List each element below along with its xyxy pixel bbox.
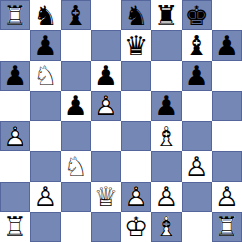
piece-outline-glyph: ♙ bbox=[30, 182, 60, 212]
square-c2[interactable] bbox=[61, 182, 91, 212]
square-a8[interactable]: ♜♖ bbox=[0, 0, 30, 30]
piece-solid-glyph: ♟ bbox=[182, 61, 212, 91]
square-b7[interactable]: ♟ bbox=[30, 30, 60, 60]
square-f7[interactable] bbox=[151, 30, 181, 60]
square-g8[interactable]: ♚ bbox=[182, 0, 212, 30]
white-queen-piece[interactable]: ♛♕ bbox=[91, 182, 121, 212]
black-pawn-piece[interactable]: ♟ bbox=[91, 61, 121, 91]
white-pawn-piece[interactable]: ♟♙ bbox=[121, 182, 151, 212]
square-c7[interactable] bbox=[61, 30, 91, 60]
white-bishop-piece[interactable]: ♝♗ bbox=[151, 121, 181, 151]
square-f4[interactable]: ♝♗ bbox=[151, 121, 181, 151]
square-f5[interactable]: ♟ bbox=[151, 91, 181, 121]
piece-solid-glyph: ♞ bbox=[121, 0, 151, 30]
piece-solid-glyph: ♟ bbox=[30, 30, 60, 60]
square-e2[interactable]: ♟♙ bbox=[121, 182, 151, 212]
square-c8[interactable]: ♝ bbox=[61, 0, 91, 30]
square-a5[interactable] bbox=[0, 91, 30, 121]
piece-solid-glyph: ♟ bbox=[91, 61, 121, 91]
piece-outline-glyph: ♙ bbox=[0, 121, 30, 151]
square-e8[interactable]: ♞ bbox=[121, 0, 151, 30]
white-pawn-piece[interactable]: ♟♙ bbox=[182, 151, 212, 181]
square-g2[interactable] bbox=[182, 182, 212, 212]
white-knight-piece[interactable]: ♞♘ bbox=[61, 151, 91, 181]
square-c3[interactable]: ♞♘ bbox=[61, 151, 91, 181]
black-pawn-piece[interactable]: ♟ bbox=[61, 91, 91, 121]
square-c5[interactable]: ♟ bbox=[61, 91, 91, 121]
square-a1[interactable]: ♜♖ bbox=[0, 212, 30, 242]
square-d8[interactable] bbox=[91, 0, 121, 30]
square-b1[interactable] bbox=[30, 212, 60, 242]
square-g1[interactable] bbox=[182, 212, 212, 242]
piece-solid-glyph: ♛ bbox=[121, 30, 151, 60]
square-d5[interactable]: ♟♙ bbox=[91, 91, 121, 121]
square-e7[interactable]: ♛ bbox=[121, 30, 151, 60]
white-pawn-piece[interactable]: ♟♙ bbox=[151, 182, 181, 212]
square-h6[interactable] bbox=[212, 61, 242, 91]
square-b3[interactable] bbox=[30, 151, 60, 181]
square-b4[interactable] bbox=[30, 121, 60, 151]
square-a6[interactable]: ♟ bbox=[0, 61, 30, 91]
square-a7[interactable] bbox=[0, 30, 30, 60]
square-h3[interactable] bbox=[212, 151, 242, 181]
piece-outline-glyph: ♖ bbox=[0, 0, 30, 30]
piece-outline-glyph: ♖ bbox=[212, 212, 242, 242]
white-pawn-piece[interactable]: ♟♙ bbox=[0, 121, 30, 151]
square-f6[interactable] bbox=[151, 61, 181, 91]
square-h7[interactable]: ♟ bbox=[212, 30, 242, 60]
square-b5[interactable] bbox=[30, 91, 60, 121]
black-knight-piece[interactable]: ♞ bbox=[121, 0, 151, 30]
square-e3[interactable] bbox=[121, 151, 151, 181]
square-c6[interactable] bbox=[61, 61, 91, 91]
black-knight-piece[interactable]: ♞ bbox=[30, 0, 60, 30]
black-pawn-piece[interactable]: ♟ bbox=[0, 61, 30, 91]
piece-solid-glyph: ♟ bbox=[212, 30, 242, 60]
square-e6[interactable] bbox=[121, 61, 151, 91]
white-rook-piece[interactable]: ♜♖ bbox=[212, 212, 242, 242]
square-d4[interactable] bbox=[91, 121, 121, 151]
square-g3[interactable]: ♟♙ bbox=[182, 151, 212, 181]
piece-solid-glyph: ♟ bbox=[61, 91, 91, 121]
square-b6[interactable]: ♞♘ bbox=[30, 61, 60, 91]
black-pawn-piece[interactable]: ♟ bbox=[212, 30, 242, 60]
piece-outline-glyph: ♗ bbox=[151, 212, 181, 242]
piece-outline-glyph: ♙ bbox=[182, 151, 212, 181]
square-e1[interactable]: ♚♔ bbox=[121, 212, 151, 242]
white-pawn-piece[interactable]: ♟♙ bbox=[91, 91, 121, 121]
white-knight-piece[interactable]: ♞♘ bbox=[30, 61, 60, 91]
square-g4[interactable] bbox=[182, 121, 212, 151]
piece-solid-glyph: ♜ bbox=[151, 0, 181, 30]
black-bishop-piece[interactable]: ♝ bbox=[182, 30, 212, 60]
piece-solid-glyph: ♚ bbox=[182, 0, 212, 30]
piece-outline-glyph: ♙ bbox=[91, 91, 121, 121]
square-f1[interactable]: ♝♗ bbox=[151, 212, 181, 242]
square-f3[interactable] bbox=[151, 151, 181, 181]
square-g6[interactable]: ♟ bbox=[182, 61, 212, 91]
square-d2[interactable]: ♛♕ bbox=[91, 182, 121, 212]
square-c1[interactable] bbox=[61, 212, 91, 242]
piece-solid-glyph: ♝ bbox=[182, 30, 212, 60]
piece-outline-glyph: ♕ bbox=[91, 182, 121, 212]
white-pawn-piece[interactable]: ♟♙ bbox=[30, 182, 60, 212]
piece-outline-glyph: ♙ bbox=[121, 182, 151, 212]
piece-solid-glyph: ♞ bbox=[30, 0, 60, 30]
square-d6[interactable]: ♟ bbox=[91, 61, 121, 91]
piece-outline-glyph: ♔ bbox=[121, 212, 151, 242]
square-h4[interactable] bbox=[212, 121, 242, 151]
piece-outline-glyph: ♗ bbox=[151, 121, 181, 151]
square-f8[interactable]: ♜ bbox=[151, 0, 181, 30]
piece-solid-glyph: ♟ bbox=[151, 91, 181, 121]
white-king-piece[interactable]: ♚♔ bbox=[121, 212, 151, 242]
black-pawn-piece[interactable]: ♟ bbox=[151, 91, 181, 121]
piece-solid-glyph: ♟ bbox=[0, 61, 30, 91]
square-d3[interactable] bbox=[91, 151, 121, 181]
black-bishop-piece[interactable]: ♝ bbox=[61, 0, 91, 30]
square-f2[interactable]: ♟♙ bbox=[151, 182, 181, 212]
white-rook-piece[interactable]: ♜♖ bbox=[0, 0, 30, 30]
piece-outline-glyph: ♙ bbox=[212, 182, 242, 212]
square-h5[interactable] bbox=[212, 91, 242, 121]
square-g7[interactable]: ♝ bbox=[182, 30, 212, 60]
square-h8[interactable] bbox=[212, 0, 242, 30]
square-d7[interactable] bbox=[91, 30, 121, 60]
square-g5[interactable] bbox=[182, 91, 212, 121]
black-queen-piece[interactable]: ♛ bbox=[121, 30, 151, 60]
square-d1[interactable] bbox=[91, 212, 121, 242]
black-pawn-piece[interactable]: ♟ bbox=[30, 30, 60, 60]
black-pawn-piece[interactable]: ♟ bbox=[182, 61, 212, 91]
square-a4[interactable]: ♟♙ bbox=[0, 121, 30, 151]
square-e5[interactable] bbox=[121, 91, 151, 121]
square-h1[interactable]: ♜♖ bbox=[212, 212, 242, 242]
chess-board: ♜♖♞♝♞♜♚♟♛♝♟♟♞♘♟♟♟♟♙♟♟♙♝♗♞♘♟♙♟♙♛♕♟♙♟♙♟♙♜♖… bbox=[0, 0, 242, 242]
square-c4[interactable] bbox=[61, 121, 91, 151]
piece-outline-glyph: ♘ bbox=[30, 61, 60, 91]
white-bishop-piece[interactable]: ♝♗ bbox=[151, 212, 181, 242]
square-e4[interactable] bbox=[121, 121, 151, 151]
piece-outline-glyph: ♙ bbox=[151, 182, 181, 212]
black-king-piece[interactable]: ♚ bbox=[182, 0, 212, 30]
square-h2[interactable]: ♟♙ bbox=[212, 182, 242, 212]
white-rook-piece[interactable]: ♜♖ bbox=[0, 212, 30, 242]
white-pawn-piece[interactable]: ♟♙ bbox=[212, 182, 242, 212]
square-b8[interactable]: ♞ bbox=[30, 0, 60, 30]
black-rook-piece[interactable]: ♜ bbox=[151, 0, 181, 30]
square-b2[interactable]: ♟♙ bbox=[30, 182, 60, 212]
piece-solid-glyph: ♝ bbox=[61, 0, 91, 30]
square-a3[interactable] bbox=[0, 151, 30, 181]
piece-outline-glyph: ♖ bbox=[0, 212, 30, 242]
piece-outline-glyph: ♘ bbox=[61, 151, 91, 181]
square-a2[interactable] bbox=[0, 182, 30, 212]
